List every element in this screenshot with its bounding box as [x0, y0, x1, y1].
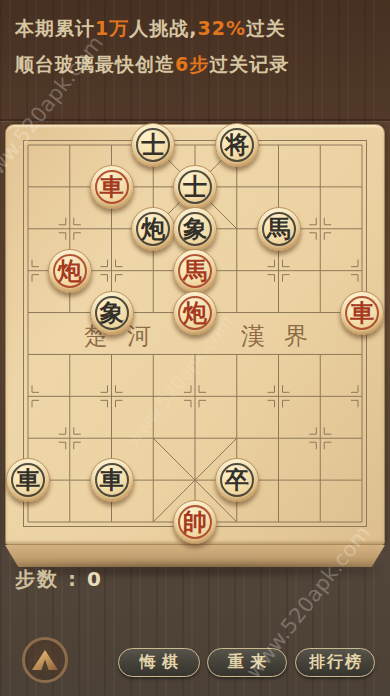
black-horse[interactable]: 馬: [257, 207, 301, 251]
black-chariot[interactable]: 車: [90, 458, 134, 502]
stats-text: 本期累计: [15, 17, 95, 39]
piece-glyph: 象: [183, 217, 207, 241]
piece-glyph: 士: [141, 133, 165, 157]
leaderboard-button[interactable]: 排行榜: [295, 648, 375, 677]
restart-button[interactable]: 重来: [207, 648, 287, 677]
stats-text: 人挑战,: [129, 17, 197, 39]
red-general[interactable]: 帥: [173, 500, 217, 544]
undo-button[interactable]: 悔棋: [118, 648, 200, 677]
piece-glyph: 馬: [267, 217, 291, 241]
move-counter-value: 0: [87, 567, 103, 591]
piece-glyph: 将: [225, 133, 249, 157]
black-elephant[interactable]: 象: [173, 207, 217, 251]
piece-glyph: 車: [350, 301, 374, 325]
red-cannon[interactable]: 炮: [173, 291, 217, 335]
black-advisor[interactable]: 士: [173, 165, 217, 209]
board-bottom-edge: [5, 545, 385, 567]
piece-glyph: 象: [100, 301, 124, 325]
challenge-stats-line: 本期累计1万人挑战,32%过关: [15, 10, 385, 46]
black-elephant[interactable]: 象: [90, 291, 134, 335]
piece-glyph: 卒: [225, 468, 249, 492]
piece-glyph: 士: [183, 175, 207, 199]
red-chariot[interactable]: 車: [90, 165, 134, 209]
piece-glyph: 炮: [183, 301, 207, 325]
piece-glyph: 帥: [183, 510, 207, 534]
black-advisor[interactable]: 士: [131, 123, 175, 167]
chevron-up-icon: [32, 650, 58, 670]
red-cannon[interactable]: 炮: [48, 249, 92, 293]
piece-glyph: 車: [16, 468, 40, 492]
piece-glyph: 車: [100, 468, 124, 492]
black-cannon[interactable]: 炮: [131, 207, 175, 251]
expand-panel-button[interactable]: [22, 637, 68, 683]
piece-glyph: 炮: [58, 259, 82, 283]
record-text: 过关记录: [209, 53, 289, 75]
stats-highlight-percent: 32%: [197, 17, 245, 39]
record-line: 顺台玻璃最快创造6步过关记录: [15, 46, 385, 82]
piece-glyph: 馬: [183, 259, 207, 283]
river-label-han: 漢界: [241, 320, 327, 352]
move-counter-label: 步数 :: [15, 567, 78, 591]
piece-glyph: 車: [100, 175, 124, 199]
black-general[interactable]: 将: [215, 123, 259, 167]
challenge-header: 本期累计1万人挑战,32%过关 顺台玻璃最快创造6步过关记录: [15, 10, 385, 82]
black-soldier[interactable]: 卒: [215, 458, 259, 502]
black-chariot[interactable]: 車: [6, 458, 50, 502]
record-text: 顺台玻璃最快创造: [15, 53, 175, 75]
piece-glyph: 炮: [141, 217, 165, 241]
move-counter: 步数 : 0: [15, 566, 103, 593]
red-horse[interactable]: 馬: [173, 249, 217, 293]
red-chariot[interactable]: 車: [340, 291, 384, 335]
stats-text: 过关: [246, 17, 286, 39]
stats-highlight-count: 1万: [95, 17, 129, 39]
record-highlight-steps: 6步: [175, 53, 209, 75]
